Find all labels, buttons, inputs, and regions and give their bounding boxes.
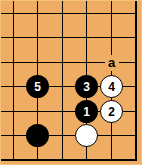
board-edge-line <box>135 1 137 161</box>
black-stone-1[interactable]: 1 <box>75 100 98 123</box>
board-edge-line <box>1 159 137 161</box>
black-stone-5[interactable]: 5 <box>26 75 49 98</box>
black-stone[interactable] <box>26 124 49 147</box>
grid-line <box>1 37 137 38</box>
white-stone-2[interactable]: 2 <box>100 100 123 123</box>
white-stone[interactable] <box>75 124 98 147</box>
point-label-a[interactable]: a <box>105 55 119 71</box>
grid-line <box>1 135 137 136</box>
white-stone-4[interactable]: 4 <box>100 75 123 98</box>
grid-line <box>1 13 137 14</box>
grid-line <box>62 1 63 161</box>
go-board-diagram: 53412a <box>0 0 142 165</box>
grid-line <box>13 1 14 161</box>
black-stone-3[interactable]: 3 <box>75 75 98 98</box>
